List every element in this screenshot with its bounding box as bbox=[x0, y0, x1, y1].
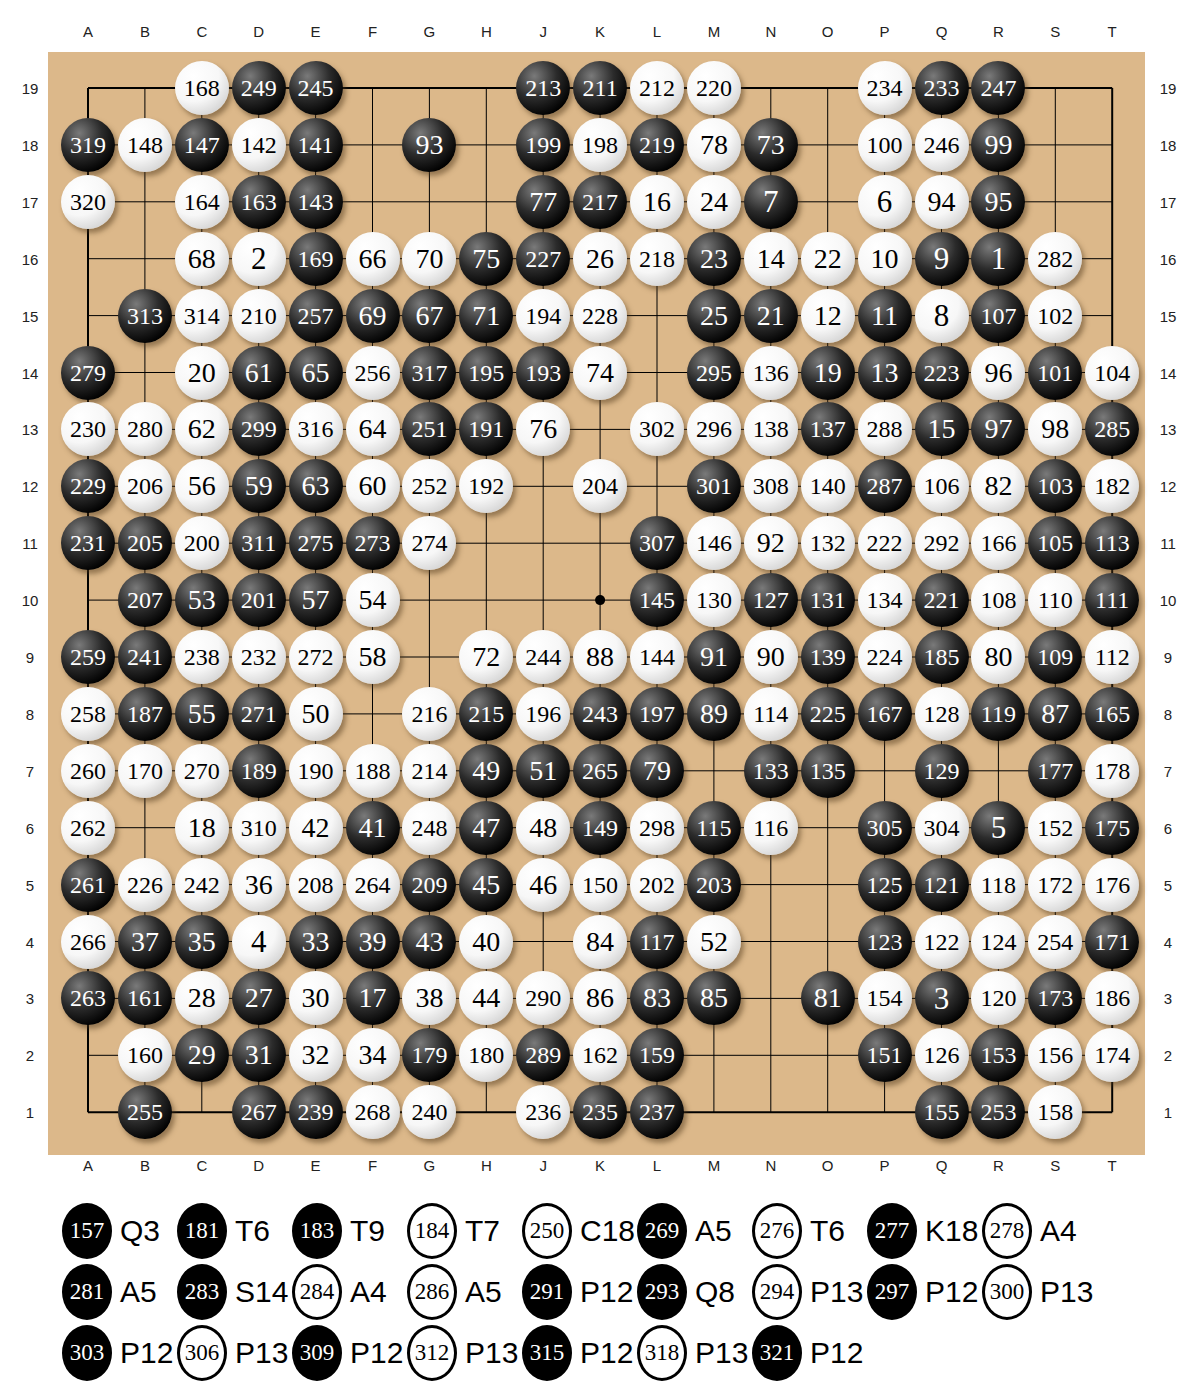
stone-R18[interactable]: 99 bbox=[971, 118, 1025, 172]
stone-R4[interactable]: 124 bbox=[971, 915, 1025, 969]
stone-D3[interactable]: 27 bbox=[232, 971, 286, 1025]
stone-K16[interactable]: 26 bbox=[573, 232, 627, 286]
stone-E6[interactable]: 42 bbox=[289, 801, 343, 855]
move-number: 193 bbox=[525, 361, 561, 385]
stone-D7[interactable]: 189 bbox=[232, 744, 286, 798]
move-number: 64 bbox=[359, 415, 387, 443]
stone-K8[interactable]: 243 bbox=[573, 687, 627, 741]
stone-F6[interactable]: 41 bbox=[346, 801, 400, 855]
stone-G8[interactable]: 216 bbox=[402, 687, 456, 741]
stone-S15[interactable]: 102 bbox=[1028, 289, 1082, 343]
stone-M12[interactable]: 301 bbox=[687, 459, 741, 513]
stone-F15[interactable]: 69 bbox=[346, 289, 400, 343]
stone-Q10[interactable]: 221 bbox=[915, 573, 969, 627]
stone-S8[interactable]: 87 bbox=[1028, 687, 1082, 741]
stone-D12[interactable]: 59 bbox=[232, 459, 286, 513]
stone-Q6[interactable]: 304 bbox=[915, 801, 969, 855]
stone-O16[interactable]: 22 bbox=[801, 232, 855, 286]
stone-Q2[interactable]: 126 bbox=[915, 1028, 969, 1082]
move-number: 46 bbox=[529, 871, 557, 899]
stone-N13[interactable]: 138 bbox=[744, 402, 798, 456]
stone-B11[interactable]: 205 bbox=[118, 516, 172, 570]
stone-J19[interactable]: 213 bbox=[516, 61, 570, 115]
stone-C10[interactable]: 53 bbox=[175, 573, 229, 627]
stone-B8[interactable]: 187 bbox=[118, 687, 172, 741]
stone-F4[interactable]: 39 bbox=[346, 915, 400, 969]
stone-R8[interactable]: 119 bbox=[971, 687, 1025, 741]
stone-T10[interactable]: 111 bbox=[1085, 573, 1139, 627]
move-number: 165 bbox=[1094, 702, 1130, 726]
stone-E14[interactable]: 65 bbox=[289, 346, 343, 400]
stone-H9[interactable]: 72 bbox=[459, 630, 513, 684]
stone-L13[interactable]: 302 bbox=[630, 402, 684, 456]
stone-B7[interactable]: 170 bbox=[118, 744, 172, 798]
stone-N16[interactable]: 14 bbox=[744, 232, 798, 286]
stone-F16[interactable]: 66 bbox=[346, 232, 400, 286]
caption-coordinate: P13 bbox=[695, 1336, 748, 1370]
stone-M9[interactable]: 91 bbox=[687, 630, 741, 684]
stone-H8[interactable]: 215 bbox=[459, 687, 513, 741]
stone-L17[interactable]: 16 bbox=[630, 175, 684, 229]
stone-M17[interactable]: 24 bbox=[687, 175, 741, 229]
stone-M8[interactable]: 89 bbox=[687, 687, 741, 741]
stone-D11[interactable]: 311 bbox=[232, 516, 286, 570]
stone-B13[interactable]: 280 bbox=[118, 402, 172, 456]
stone-O12[interactable]: 140 bbox=[801, 459, 855, 513]
stone-M11[interactable]: 146 bbox=[687, 516, 741, 570]
stone-Q17[interactable]: 94 bbox=[915, 175, 969, 229]
stone-D4[interactable]: 4 bbox=[232, 915, 286, 969]
stone-Q9[interactable]: 185 bbox=[915, 630, 969, 684]
stone-C12[interactable]: 56 bbox=[175, 459, 229, 513]
stone-N9[interactable]: 90 bbox=[744, 630, 798, 684]
stone-L2[interactable]: 159 bbox=[630, 1028, 684, 1082]
stone-D17[interactable]: 163 bbox=[232, 175, 286, 229]
stone-D10[interactable]: 201 bbox=[232, 573, 286, 627]
stone-M6[interactable]: 115 bbox=[687, 801, 741, 855]
stone-Q14[interactable]: 223 bbox=[915, 346, 969, 400]
stone-G14[interactable]: 317 bbox=[402, 346, 456, 400]
move-number: 156 bbox=[1037, 1043, 1073, 1067]
stone-D16[interactable]: 2 bbox=[232, 232, 286, 286]
stone-B4[interactable]: 37 bbox=[118, 915, 172, 969]
move-number: 154 bbox=[867, 986, 903, 1010]
stone-P18[interactable]: 100 bbox=[858, 118, 912, 172]
stone-R14[interactable]: 96 bbox=[971, 346, 1025, 400]
stone-E15[interactable]: 257 bbox=[289, 289, 343, 343]
stone-N8[interactable]: 114 bbox=[744, 687, 798, 741]
stone-P19[interactable]: 234 bbox=[858, 61, 912, 115]
stone-R16[interactable]: 1 bbox=[971, 232, 1025, 286]
stone-E19[interactable]: 245 bbox=[289, 61, 343, 115]
stone-E4[interactable]: 33 bbox=[289, 915, 343, 969]
stone-H15[interactable]: 71 bbox=[459, 289, 513, 343]
stone-Q12[interactable]: 106 bbox=[915, 459, 969, 513]
stone-S10[interactable]: 110 bbox=[1028, 573, 1082, 627]
row-label-left-18: 18 bbox=[22, 136, 39, 153]
stone-B5[interactable]: 226 bbox=[118, 858, 172, 912]
stone-B15[interactable]: 313 bbox=[118, 289, 172, 343]
stone-D19[interactable]: 249 bbox=[232, 61, 286, 115]
stone-O11[interactable]: 132 bbox=[801, 516, 855, 570]
stone-K1[interactable]: 235 bbox=[573, 1085, 627, 1139]
stone-B9[interactable]: 241 bbox=[118, 630, 172, 684]
stone-O13[interactable]: 137 bbox=[801, 402, 855, 456]
stone-L6[interactable]: 298 bbox=[630, 801, 684, 855]
stone-F11[interactable]: 273 bbox=[346, 516, 400, 570]
stone-J15[interactable]: 194 bbox=[516, 289, 570, 343]
stone-R5[interactable]: 118 bbox=[971, 858, 1025, 912]
caption-stone-293: 293 bbox=[637, 1264, 687, 1320]
stone-C15[interactable]: 314 bbox=[175, 289, 229, 343]
stone-A3[interactable]: 263 bbox=[61, 971, 115, 1025]
stone-O10[interactable]: 131 bbox=[801, 573, 855, 627]
stone-K14[interactable]: 74 bbox=[573, 346, 627, 400]
col-label-bottom-D: D bbox=[253, 1157, 264, 1174]
stone-J1[interactable]: 236 bbox=[516, 1085, 570, 1139]
stone-F2[interactable]: 34 bbox=[346, 1028, 400, 1082]
stone-M5[interactable]: 203 bbox=[687, 858, 741, 912]
stone-M18[interactable]: 78 bbox=[687, 118, 741, 172]
stone-H5[interactable]: 45 bbox=[459, 858, 513, 912]
stone-J14[interactable]: 193 bbox=[516, 346, 570, 400]
stone-E10[interactable]: 57 bbox=[289, 573, 343, 627]
stone-G6[interactable]: 248 bbox=[402, 801, 456, 855]
stone-D5[interactable]: 36 bbox=[232, 858, 286, 912]
stone-S5[interactable]: 172 bbox=[1028, 858, 1082, 912]
stone-J17[interactable]: 77 bbox=[516, 175, 570, 229]
stone-P4[interactable]: 123 bbox=[858, 915, 912, 969]
stone-A4[interactable]: 266 bbox=[61, 915, 115, 969]
stone-L18[interactable]: 219 bbox=[630, 118, 684, 172]
stone-M14[interactable]: 295 bbox=[687, 346, 741, 400]
stone-S6[interactable]: 152 bbox=[1028, 801, 1082, 855]
stone-C5[interactable]: 242 bbox=[175, 858, 229, 912]
caption-coordinate: P12 bbox=[810, 1336, 863, 1370]
stone-L8[interactable]: 197 bbox=[630, 687, 684, 741]
stone-P5[interactable]: 125 bbox=[858, 858, 912, 912]
move-number: 89 bbox=[700, 700, 728, 728]
stone-G18[interactable]: 93 bbox=[402, 118, 456, 172]
stone-K18[interactable]: 198 bbox=[573, 118, 627, 172]
stone-Q5[interactable]: 121 bbox=[915, 858, 969, 912]
stone-N11[interactable]: 92 bbox=[744, 516, 798, 570]
stone-A11[interactable]: 231 bbox=[61, 516, 115, 570]
stone-M3[interactable]: 85 bbox=[687, 971, 741, 1025]
stone-A12[interactable]: 229 bbox=[61, 459, 115, 513]
stone-K4[interactable]: 84 bbox=[573, 915, 627, 969]
stone-P13[interactable]: 288 bbox=[858, 402, 912, 456]
stone-E8[interactable]: 50 bbox=[289, 687, 343, 741]
stone-L19[interactable]: 212 bbox=[630, 61, 684, 115]
stone-S14[interactable]: 101 bbox=[1028, 346, 1082, 400]
move-number: 251 bbox=[411, 417, 447, 441]
stone-O14[interactable]: 19 bbox=[801, 346, 855, 400]
caption-stone-281: 281 bbox=[62, 1264, 112, 1320]
move-number: 136 bbox=[753, 361, 789, 385]
stone-D1[interactable]: 267 bbox=[232, 1085, 286, 1139]
caption-stone-284: 284 bbox=[292, 1264, 342, 1320]
stone-P9[interactable]: 224 bbox=[858, 630, 912, 684]
stone-J7[interactable]: 51 bbox=[516, 744, 570, 798]
stone-G5[interactable]: 209 bbox=[402, 858, 456, 912]
stone-M15[interactable]: 25 bbox=[687, 289, 741, 343]
stone-Q19[interactable]: 233 bbox=[915, 61, 969, 115]
stone-G15[interactable]: 67 bbox=[402, 289, 456, 343]
stone-L3[interactable]: 83 bbox=[630, 971, 684, 1025]
stone-N7[interactable]: 133 bbox=[744, 744, 798, 798]
stone-F13[interactable]: 64 bbox=[346, 402, 400, 456]
stone-S4[interactable]: 254 bbox=[1028, 915, 1082, 969]
stone-S7[interactable]: 177 bbox=[1028, 744, 1082, 798]
caption-coordinate: P12 bbox=[925, 1275, 978, 1309]
stone-D9[interactable]: 232 bbox=[232, 630, 286, 684]
stone-G4[interactable]: 43 bbox=[402, 915, 456, 969]
stone-M13[interactable]: 296 bbox=[687, 402, 741, 456]
stone-T9[interactable]: 112 bbox=[1085, 630, 1139, 684]
stone-Q8[interactable]: 128 bbox=[915, 687, 969, 741]
stone-L7[interactable]: 79 bbox=[630, 744, 684, 798]
stone-R15[interactable]: 107 bbox=[971, 289, 1025, 343]
stone-T5[interactable]: 176 bbox=[1085, 858, 1139, 912]
stone-A5[interactable]: 261 bbox=[61, 858, 115, 912]
move-number: 82 bbox=[984, 472, 1012, 500]
stone-A13[interactable]: 230 bbox=[61, 402, 115, 456]
stone-A9[interactable]: 259 bbox=[61, 630, 115, 684]
stone-J16[interactable]: 227 bbox=[516, 232, 570, 286]
stone-J8[interactable]: 196 bbox=[516, 687, 570, 741]
move-number: 114 bbox=[753, 702, 788, 726]
stone-P17[interactable]: 6 bbox=[858, 175, 912, 229]
stone-Q3[interactable]: 3 bbox=[915, 971, 969, 1025]
stone-A18[interactable]: 319 bbox=[61, 118, 115, 172]
stone-C18[interactable]: 147 bbox=[175, 118, 229, 172]
stone-H7[interactable]: 49 bbox=[459, 744, 513, 798]
stone-Q13[interactable]: 15 bbox=[915, 402, 969, 456]
stone-P6[interactable]: 305 bbox=[858, 801, 912, 855]
stone-J9[interactable]: 244 bbox=[516, 630, 570, 684]
stone-A14[interactable]: 279 bbox=[61, 346, 115, 400]
stone-K6[interactable]: 149 bbox=[573, 801, 627, 855]
stone-T8[interactable]: 165 bbox=[1085, 687, 1139, 741]
stone-L5[interactable]: 202 bbox=[630, 858, 684, 912]
stone-K5[interactable]: 150 bbox=[573, 858, 627, 912]
stone-G7[interactable]: 214 bbox=[402, 744, 456, 798]
stone-F1[interactable]: 268 bbox=[346, 1085, 400, 1139]
stone-S9[interactable]: 109 bbox=[1028, 630, 1082, 684]
stone-L1[interactable]: 237 bbox=[630, 1085, 684, 1139]
stone-T7[interactable]: 178 bbox=[1085, 744, 1139, 798]
stone-P2[interactable]: 151 bbox=[858, 1028, 912, 1082]
stone-D6[interactable]: 310 bbox=[232, 801, 286, 855]
stone-T6[interactable]: 175 bbox=[1085, 801, 1139, 855]
stone-C7[interactable]: 270 bbox=[175, 744, 229, 798]
move-number: 229 bbox=[70, 474, 106, 498]
stone-L9[interactable]: 144 bbox=[630, 630, 684, 684]
move-number: 295 bbox=[696, 361, 732, 385]
stone-M10[interactable]: 130 bbox=[687, 573, 741, 627]
stone-E18[interactable]: 141 bbox=[289, 118, 343, 172]
stone-F5[interactable]: 264 bbox=[346, 858, 400, 912]
stone-N15[interactable]: 21 bbox=[744, 289, 798, 343]
stone-M16[interactable]: 23 bbox=[687, 232, 741, 286]
stone-A17[interactable]: 320 bbox=[61, 175, 115, 229]
stone-F12[interactable]: 60 bbox=[346, 459, 400, 513]
move-number: 263 bbox=[70, 986, 106, 1010]
stone-Q7[interactable]: 129 bbox=[915, 744, 969, 798]
stone-N17[interactable]: 7 bbox=[744, 175, 798, 229]
stone-Q15[interactable]: 8 bbox=[915, 289, 969, 343]
stone-F3[interactable]: 17 bbox=[346, 971, 400, 1025]
stone-Q1[interactable]: 155 bbox=[915, 1085, 969, 1139]
stone-J5[interactable]: 46 bbox=[516, 858, 570, 912]
stone-L10[interactable]: 145 bbox=[630, 573, 684, 627]
stone-E12[interactable]: 63 bbox=[289, 459, 343, 513]
stone-H16[interactable]: 75 bbox=[459, 232, 513, 286]
stone-O9[interactable]: 139 bbox=[801, 630, 855, 684]
stone-C13[interactable]: 62 bbox=[175, 402, 229, 456]
caption-stone-318: 318 bbox=[637, 1325, 687, 1381]
stone-E1[interactable]: 239 bbox=[289, 1085, 343, 1139]
stone-O8[interactable]: 225 bbox=[801, 687, 855, 741]
stone-F7[interactable]: 188 bbox=[346, 744, 400, 798]
stone-K15[interactable]: 228 bbox=[573, 289, 627, 343]
move-number: 57 bbox=[302, 586, 330, 614]
stone-O7[interactable]: 135 bbox=[801, 744, 855, 798]
stone-E17[interactable]: 143 bbox=[289, 175, 343, 229]
stone-C8[interactable]: 55 bbox=[175, 687, 229, 741]
stone-T14[interactable]: 104 bbox=[1085, 346, 1139, 400]
stone-C6[interactable]: 18 bbox=[175, 801, 229, 855]
stone-R17[interactable]: 95 bbox=[971, 175, 1025, 229]
stone-D15[interactable]: 210 bbox=[232, 289, 286, 343]
stone-F10[interactable]: 54 bbox=[346, 573, 400, 627]
stone-P8[interactable]: 167 bbox=[858, 687, 912, 741]
stone-N12[interactable]: 308 bbox=[744, 459, 798, 513]
stone-B3[interactable]: 161 bbox=[118, 971, 172, 1025]
col-label-top-C: C bbox=[196, 23, 207, 40]
stone-D2[interactable]: 31 bbox=[232, 1028, 286, 1082]
stone-Q11[interactable]: 292 bbox=[915, 516, 969, 570]
stone-M19[interactable]: 220 bbox=[687, 61, 741, 115]
stone-T11[interactable]: 113 bbox=[1085, 516, 1139, 570]
stone-K19[interactable]: 211 bbox=[573, 61, 627, 115]
move-number: 253 bbox=[980, 1100, 1016, 1124]
stone-N18[interactable]: 73 bbox=[744, 118, 798, 172]
stone-D13[interactable]: 299 bbox=[232, 402, 286, 456]
move-number: 128 bbox=[924, 702, 960, 726]
stone-P14[interactable]: 13 bbox=[858, 346, 912, 400]
stone-R6[interactable]: 5 bbox=[971, 801, 1025, 855]
stone-D14[interactable]: 61 bbox=[232, 346, 286, 400]
stone-E16[interactable]: 169 bbox=[289, 232, 343, 286]
stone-C11[interactable]: 200 bbox=[175, 516, 229, 570]
move-number: 122 bbox=[924, 930, 960, 954]
stone-H14[interactable]: 195 bbox=[459, 346, 513, 400]
stone-J18[interactable]: 199 bbox=[516, 118, 570, 172]
stone-E13[interactable]: 316 bbox=[289, 402, 343, 456]
stone-A6[interactable]: 262 bbox=[61, 801, 115, 855]
stone-O3[interactable]: 81 bbox=[801, 971, 855, 1025]
stone-E5[interactable]: 208 bbox=[289, 858, 343, 912]
stone-L4[interactable]: 117 bbox=[630, 915, 684, 969]
stone-E3[interactable]: 30 bbox=[289, 971, 343, 1025]
stone-K7[interactable]: 265 bbox=[573, 744, 627, 798]
caption-stone-283: 283 bbox=[177, 1264, 227, 1320]
stone-N10[interactable]: 127 bbox=[744, 573, 798, 627]
stone-S16[interactable]: 282 bbox=[1028, 232, 1082, 286]
stone-P11[interactable]: 222 bbox=[858, 516, 912, 570]
stone-B10[interactable]: 207 bbox=[118, 573, 172, 627]
stone-B12[interactable]: 206 bbox=[118, 459, 172, 513]
stone-T4[interactable]: 171 bbox=[1085, 915, 1139, 969]
stone-B1[interactable]: 255 bbox=[118, 1085, 172, 1139]
col-label-bottom-M: M bbox=[708, 1157, 721, 1174]
stone-K9[interactable]: 88 bbox=[573, 630, 627, 684]
stone-H4[interactable]: 40 bbox=[459, 915, 513, 969]
stone-F14[interactable]: 256 bbox=[346, 346, 400, 400]
stone-F9[interactable]: 58 bbox=[346, 630, 400, 684]
move-number: 96 bbox=[984, 359, 1012, 387]
stone-L16[interactable]: 218 bbox=[630, 232, 684, 286]
stone-E7[interactable]: 190 bbox=[289, 744, 343, 798]
stone-E11[interactable]: 275 bbox=[289, 516, 343, 570]
stone-C19[interactable]: 168 bbox=[175, 61, 229, 115]
stone-K12[interactable]: 204 bbox=[573, 459, 627, 513]
stone-P3[interactable]: 154 bbox=[858, 971, 912, 1025]
stone-E9[interactable]: 272 bbox=[289, 630, 343, 684]
stone-C2[interactable]: 29 bbox=[175, 1028, 229, 1082]
stone-C9[interactable]: 238 bbox=[175, 630, 229, 684]
stone-K17[interactable]: 217 bbox=[573, 175, 627, 229]
stone-R9[interactable]: 80 bbox=[971, 630, 1025, 684]
stone-D8[interactable]: 271 bbox=[232, 687, 286, 741]
stone-P10[interactable]: 134 bbox=[858, 573, 912, 627]
stone-M4[interactable]: 52 bbox=[687, 915, 741, 969]
stone-B18[interactable]: 148 bbox=[118, 118, 172, 172]
stone-L11[interactable]: 307 bbox=[630, 516, 684, 570]
stone-P15[interactable]: 11 bbox=[858, 289, 912, 343]
stone-C16[interactable]: 68 bbox=[175, 232, 229, 286]
stone-D18[interactable]: 142 bbox=[232, 118, 286, 172]
stone-N6[interactable]: 116 bbox=[744, 801, 798, 855]
stone-A7[interactable]: 260 bbox=[61, 744, 115, 798]
stone-K2[interactable]: 162 bbox=[573, 1028, 627, 1082]
stone-P16[interactable]: 10 bbox=[858, 232, 912, 286]
stone-A8[interactable]: 258 bbox=[61, 687, 115, 741]
stone-J6[interactable]: 48 bbox=[516, 801, 570, 855]
stone-C3[interactable]: 28 bbox=[175, 971, 229, 1025]
stone-R19[interactable]: 247 bbox=[971, 61, 1025, 115]
stone-B2[interactable]: 160 bbox=[118, 1028, 172, 1082]
stone-C4[interactable]: 35 bbox=[175, 915, 229, 969]
row-label-left-8: 8 bbox=[26, 705, 34, 722]
move-number: 130 bbox=[696, 588, 732, 612]
stone-Q16[interactable]: 9 bbox=[915, 232, 969, 286]
move-number: 145 bbox=[639, 588, 675, 612]
move-number: 207 bbox=[127, 588, 163, 612]
stone-H6[interactable]: 47 bbox=[459, 801, 513, 855]
stone-G16[interactable]: 70 bbox=[402, 232, 456, 286]
stone-N14[interactable]: 136 bbox=[744, 346, 798, 400]
stone-Q18[interactable]: 246 bbox=[915, 118, 969, 172]
stone-P12[interactable]: 287 bbox=[858, 459, 912, 513]
stone-E2[interactable]: 32 bbox=[289, 1028, 343, 1082]
stone-C17[interactable]: 164 bbox=[175, 175, 229, 229]
stone-Q4[interactable]: 122 bbox=[915, 915, 969, 969]
stone-C14[interactable]: 20 bbox=[175, 346, 229, 400]
stone-O15[interactable]: 12 bbox=[801, 289, 855, 343]
